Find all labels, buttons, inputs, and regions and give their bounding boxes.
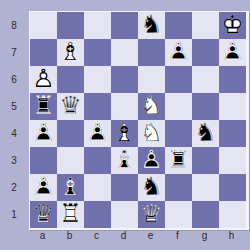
black-pawn: ♟♙	[165, 39, 192, 66]
square-c6[interactable]	[84, 66, 111, 93]
white-knight: ♞♘	[138, 120, 165, 147]
square-h2[interactable]	[219, 174, 246, 201]
square-e1[interactable]: ♛♕	[138, 201, 165, 228]
square-e3[interactable]: ♟♙	[138, 147, 165, 174]
black-pawn: ♟♙	[84, 120, 111, 147]
square-b7[interactable]: ♝♗	[57, 39, 84, 66]
black-knight: ♞♘	[138, 12, 165, 39]
square-b6[interactable]	[57, 66, 84, 93]
black-rook: ♜♖	[30, 93, 57, 120]
black-knight: ♞♘	[138, 174, 165, 201]
rank-label-6: 6	[0, 66, 28, 93]
square-h1[interactable]	[219, 201, 246, 228]
white-pawn: ♟♙	[30, 66, 57, 93]
square-g2[interactable]	[192, 174, 219, 201]
square-b1[interactable]: ♜♖	[57, 201, 84, 228]
square-d7[interactable]	[111, 39, 138, 66]
file-label-b: b	[56, 230, 83, 246]
rank-label-7: 7	[0, 39, 28, 66]
rank-label-1: 1	[0, 201, 28, 228]
black-pawn: ♟♙	[219, 39, 246, 66]
square-d2[interactable]	[111, 174, 138, 201]
square-a4[interactable]: ♟♙	[30, 120, 57, 147]
square-h3[interactable]	[219, 147, 246, 174]
square-g1[interactable]	[192, 201, 219, 228]
square-a6[interactable]: ♟♙	[30, 66, 57, 93]
white-queen: ♛♕	[138, 201, 165, 228]
black-queen: ♛♕	[57, 93, 84, 120]
square-h8[interactable]: ♚♔	[219, 12, 246, 39]
black-pawn: ♟♙	[30, 120, 57, 147]
black-queen: ♛♕	[30, 201, 57, 228]
square-e5[interactable]: ♞♘	[138, 93, 165, 120]
square-c5[interactable]	[84, 93, 111, 120]
white-king: ♚♔	[219, 12, 246, 39]
square-d1[interactable]	[111, 201, 138, 228]
rank-label-4: 4	[0, 120, 28, 147]
square-a2[interactable]: ♟♙	[30, 174, 57, 201]
chess-diagram: 87654321 ♞♘♚♔♝♗♟♙♟♙♟♙♜♖♛♕♞♘♟♙♟♙♝♗♞♘♞♘♝♗♟…	[0, 0, 250, 250]
square-c1[interactable]	[84, 201, 111, 228]
black-bishop: ♝♗	[57, 174, 84, 201]
square-g5[interactable]	[192, 93, 219, 120]
square-c4[interactable]: ♟♙	[84, 120, 111, 147]
rank-label-3: 3	[0, 147, 28, 174]
file-label-f: f	[164, 230, 191, 246]
square-a8[interactable]	[30, 12, 57, 39]
black-pawn: ♟♙	[138, 147, 165, 174]
square-f8[interactable]	[165, 12, 192, 39]
square-d4[interactable]: ♝♗	[111, 120, 138, 147]
white-bishop: ♝♗	[111, 120, 138, 147]
square-g8[interactable]	[192, 12, 219, 39]
square-e8[interactable]: ♞♘	[138, 12, 165, 39]
black-pawn: ♟♙	[30, 174, 57, 201]
square-e2[interactable]: ♞♘	[138, 174, 165, 201]
square-d5[interactable]	[111, 93, 138, 120]
square-f4[interactable]	[165, 120, 192, 147]
square-e4[interactable]: ♞♘	[138, 120, 165, 147]
square-f5[interactable]	[165, 93, 192, 120]
square-f3[interactable]: ♜♖	[165, 147, 192, 174]
square-d6[interactable]	[111, 66, 138, 93]
black-bishop: ♝♗	[111, 147, 138, 174]
square-a3[interactable]	[30, 147, 57, 174]
square-h6[interactable]	[219, 66, 246, 93]
file-label-h: h	[218, 230, 245, 246]
white-bishop: ♝♗	[57, 39, 84, 66]
square-g7[interactable]	[192, 39, 219, 66]
file-label-g: g	[191, 230, 218, 246]
square-b2[interactable]: ♝♗	[57, 174, 84, 201]
white-rook: ♜♖	[57, 201, 84, 228]
square-c2[interactable]	[84, 174, 111, 201]
black-rook: ♜♖	[165, 147, 192, 174]
square-b4[interactable]	[57, 120, 84, 147]
square-g6[interactable]	[192, 66, 219, 93]
file-label-d: d	[110, 230, 137, 246]
square-h5[interactable]	[219, 93, 246, 120]
file-label-c: c	[83, 230, 110, 246]
square-b5[interactable]: ♛♕	[57, 93, 84, 120]
rank-labels: 87654321	[0, 12, 28, 228]
square-c3[interactable]	[84, 147, 111, 174]
rank-label-8: 8	[0, 12, 28, 39]
square-c8[interactable]	[84, 12, 111, 39]
square-e7[interactable]	[138, 39, 165, 66]
white-knight: ♞♘	[138, 93, 165, 120]
square-a1[interactable]: ♛♕	[30, 201, 57, 228]
square-g4[interactable]: ♞♘	[192, 120, 219, 147]
square-c7[interactable]	[84, 39, 111, 66]
square-f6[interactable]	[165, 66, 192, 93]
square-e6[interactable]	[138, 66, 165, 93]
chess-board: ♞♘♚♔♝♗♟♙♟♙♟♙♜♖♛♕♞♘♟♙♟♙♝♗♞♘♞♘♝♗♟♙♜♖♟♙♝♗♞♘…	[29, 11, 249, 230]
square-b8[interactable]	[57, 12, 84, 39]
black-knight: ♞♘	[192, 120, 219, 147]
square-g3[interactable]	[192, 147, 219, 174]
rank-label-2: 2	[0, 174, 28, 201]
square-d3[interactable]: ♝♗	[111, 147, 138, 174]
file-label-e: e	[137, 230, 164, 246]
square-f2[interactable]	[165, 174, 192, 201]
square-d8[interactable]	[111, 12, 138, 39]
square-h7[interactable]: ♟♙	[219, 39, 246, 66]
square-a7[interactable]	[30, 39, 57, 66]
file-labels: abcdefgh	[29, 230, 247, 246]
square-a5[interactable]: ♜♖	[30, 93, 57, 120]
file-label-a: a	[29, 230, 56, 246]
square-f7[interactable]: ♟♙	[165, 39, 192, 66]
rank-label-5: 5	[0, 93, 28, 120]
square-f1[interactable]	[165, 201, 192, 228]
square-h4[interactable]	[219, 120, 246, 147]
square-b3[interactable]	[57, 147, 84, 174]
